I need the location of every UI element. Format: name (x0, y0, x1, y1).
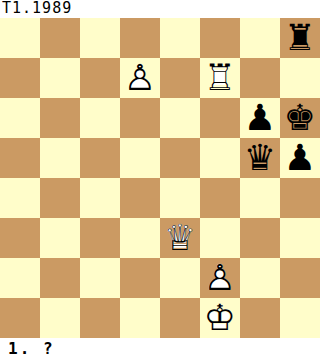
square-d5[interactable] (120, 138, 160, 178)
square-g7[interactable] (240, 58, 280, 98)
square-e1[interactable] (160, 298, 200, 338)
square-f6[interactable] (200, 98, 240, 138)
square-d4[interactable] (120, 178, 160, 218)
square-b3[interactable] (40, 218, 80, 258)
square-a4[interactable] (0, 178, 40, 218)
square-a2[interactable] (0, 258, 40, 298)
white-pawn[interactable]: ♟♙ (200, 258, 240, 298)
square-f7[interactable]: ♜♖ (200, 58, 240, 98)
square-a3[interactable] (0, 218, 40, 258)
piece-outline: ♙ (120, 58, 160, 98)
square-c3[interactable] (80, 218, 120, 258)
square-g3[interactable] (240, 218, 280, 258)
square-h7[interactable] (280, 58, 320, 98)
square-d8[interactable] (120, 18, 160, 58)
move-prompt: 1. ? (0, 338, 320, 360)
square-g2[interactable] (240, 258, 280, 298)
square-c7[interactable] (80, 58, 120, 98)
square-f8[interactable] (200, 18, 240, 58)
square-g5[interactable]: ♛ (240, 138, 280, 178)
square-e6[interactable] (160, 98, 200, 138)
square-c5[interactable] (80, 138, 120, 178)
piece-outline: ♙ (200, 258, 240, 298)
piece-glyph: ♛ (240, 138, 280, 178)
black-queen[interactable]: ♛ (240, 138, 280, 178)
square-f2[interactable]: ♟♙ (200, 258, 240, 298)
square-a5[interactable] (0, 138, 40, 178)
square-f3[interactable] (200, 218, 240, 258)
piece-outline: ♔ (200, 298, 240, 338)
square-h6[interactable]: ♚ (280, 98, 320, 138)
square-g8[interactable] (240, 18, 280, 58)
white-queen[interactable]: ♛♕ (160, 218, 200, 258)
square-c1[interactable] (80, 298, 120, 338)
square-h8[interactable]: ♜ (280, 18, 320, 58)
square-f1[interactable]: ♚♔ (200, 298, 240, 338)
square-e4[interactable] (160, 178, 200, 218)
puzzle-title: T1.1989 (0, 0, 320, 18)
piece-outline: ♖ (200, 58, 240, 98)
square-c6[interactable] (80, 98, 120, 138)
white-pawn[interactable]: ♟♙ (120, 58, 160, 98)
black-pawn[interactable]: ♟ (240, 98, 280, 138)
square-b6[interactable] (40, 98, 80, 138)
square-a7[interactable] (0, 58, 40, 98)
square-g6[interactable]: ♟ (240, 98, 280, 138)
piece-glyph: ♟ (280, 138, 320, 178)
black-king[interactable]: ♚ (280, 98, 320, 138)
square-d6[interactable] (120, 98, 160, 138)
square-a1[interactable] (0, 298, 40, 338)
white-king[interactable]: ♚♔ (200, 298, 240, 338)
piece-glyph: ♟ (240, 98, 280, 138)
square-h2[interactable] (280, 258, 320, 298)
square-e7[interactable] (160, 58, 200, 98)
chess-puzzle-window: T1.1989 ♜♟♙♜♖♟♚♛♟♛♕♟♙♚♔ 1. ? (0, 0, 320, 360)
square-h1[interactable] (280, 298, 320, 338)
square-h3[interactable] (280, 218, 320, 258)
square-f4[interactable] (200, 178, 240, 218)
square-d3[interactable] (120, 218, 160, 258)
square-h5[interactable]: ♟ (280, 138, 320, 178)
white-rook[interactable]: ♜♖ (200, 58, 240, 98)
square-b5[interactable] (40, 138, 80, 178)
square-e2[interactable] (160, 258, 200, 298)
square-b8[interactable] (40, 18, 80, 58)
square-c4[interactable] (80, 178, 120, 218)
piece-outline: ♕ (160, 218, 200, 258)
square-d1[interactable] (120, 298, 160, 338)
square-c2[interactable] (80, 258, 120, 298)
square-e8[interactable] (160, 18, 200, 58)
square-h4[interactable] (280, 178, 320, 218)
square-a8[interactable] (0, 18, 40, 58)
square-a6[interactable] (0, 98, 40, 138)
square-g4[interactable] (240, 178, 280, 218)
square-f5[interactable] (200, 138, 240, 178)
piece-glyph: ♚ (280, 98, 320, 138)
square-c8[interactable] (80, 18, 120, 58)
square-d2[interactable] (120, 258, 160, 298)
square-d7[interactable]: ♟♙ (120, 58, 160, 98)
square-b4[interactable] (40, 178, 80, 218)
piece-glyph: ♜ (280, 18, 320, 58)
square-b1[interactable] (40, 298, 80, 338)
square-e3[interactable]: ♛♕ (160, 218, 200, 258)
square-b7[interactable] (40, 58, 80, 98)
square-g1[interactable] (240, 298, 280, 338)
chess-board: ♜♟♙♜♖♟♚♛♟♛♕♟♙♚♔ (0, 18, 320, 338)
square-b2[interactable] (40, 258, 80, 298)
square-e5[interactable] (160, 138, 200, 178)
black-rook[interactable]: ♜ (280, 18, 320, 58)
black-pawn[interactable]: ♟ (280, 138, 320, 178)
